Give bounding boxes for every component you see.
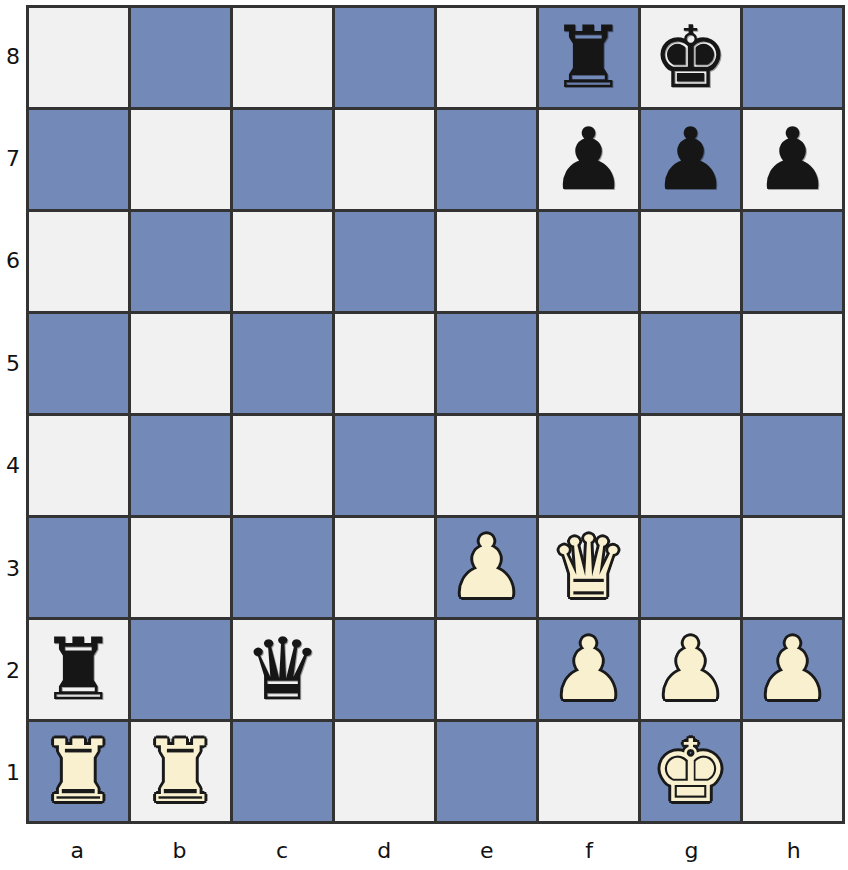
square-f8[interactable]: ♜: [539, 8, 638, 107]
piece-black-pawn[interactable]: ♟: [550, 110, 627, 209]
square-h5[interactable]: [743, 314, 842, 413]
file-label-b: b: [128, 829, 230, 863]
piece-white-king[interactable]: ♚: [652, 722, 729, 821]
square-c2[interactable]: ♛: [233, 620, 332, 719]
square-a8[interactable]: [29, 8, 128, 107]
piece-white-rook[interactable]: ♜: [142, 722, 219, 821]
rank-label-6: 6: [0, 210, 26, 312]
square-h2[interactable]: ♟: [743, 620, 842, 719]
file-label-f: f: [538, 829, 640, 863]
square-g6[interactable]: [641, 212, 740, 311]
square-d8[interactable]: [335, 8, 434, 107]
square-f5[interactable]: [539, 314, 638, 413]
piece-black-pawn[interactable]: ♟: [754, 110, 831, 209]
piece-white-rook[interactable]: ♜: [40, 722, 117, 821]
square-e8[interactable]: [437, 8, 536, 107]
square-e2[interactable]: [437, 620, 536, 719]
square-a4[interactable]: [29, 416, 128, 515]
piece-black-rook[interactable]: ♜: [40, 620, 117, 719]
file-labels: abcdefgh: [26, 829, 845, 863]
square-f1[interactable]: [539, 722, 638, 821]
piece-white-pawn[interactable]: ♟: [652, 620, 729, 719]
rank-label-1: 1: [0, 722, 26, 824]
square-d1[interactable]: [335, 722, 434, 821]
piece-black-queen[interactable]: ♛: [244, 620, 321, 719]
square-b3[interactable]: [131, 518, 230, 617]
square-b8[interactable]: [131, 8, 230, 107]
square-c1[interactable]: [233, 722, 332, 821]
square-c6[interactable]: [233, 212, 332, 311]
chessboard-page: 87654321 ♜♚♟♟♟♟♛♜♛♟♟♟♜♜♚ abcdefgh: [0, 0, 848, 870]
square-a5[interactable]: [29, 314, 128, 413]
rank-labels: 87654321: [0, 5, 26, 824]
square-f3[interactable]: ♛: [539, 518, 638, 617]
square-g2[interactable]: ♟: [641, 620, 740, 719]
square-g7[interactable]: ♟: [641, 110, 740, 209]
board-area: 87654321 ♜♚♟♟♟♟♛♜♛♟♟♟♜♜♚: [0, 5, 845, 824]
square-f4[interactable]: [539, 416, 638, 515]
square-b4[interactable]: [131, 416, 230, 515]
square-a2[interactable]: ♜: [29, 620, 128, 719]
square-g5[interactable]: [641, 314, 740, 413]
square-f6[interactable]: [539, 212, 638, 311]
square-e7[interactable]: [437, 110, 536, 209]
square-a7[interactable]: [29, 110, 128, 209]
square-g3[interactable]: [641, 518, 740, 617]
square-c7[interactable]: [233, 110, 332, 209]
square-b1[interactable]: ♜: [131, 722, 230, 821]
square-b7[interactable]: [131, 110, 230, 209]
file-label-c: c: [231, 829, 333, 863]
square-a3[interactable]: [29, 518, 128, 617]
rank-label-5: 5: [0, 312, 26, 414]
square-e4[interactable]: [437, 416, 536, 515]
square-h1[interactable]: [743, 722, 842, 821]
piece-black-pawn[interactable]: ♟: [652, 110, 729, 209]
piece-white-queen[interactable]: ♛: [550, 518, 627, 617]
square-a1[interactable]: ♜: [29, 722, 128, 821]
square-g8[interactable]: ♚: [641, 8, 740, 107]
square-c4[interactable]: [233, 416, 332, 515]
file-label-e: e: [436, 829, 538, 863]
square-d2[interactable]: [335, 620, 434, 719]
square-e5[interactable]: [437, 314, 536, 413]
square-e3[interactable]: ♟: [437, 518, 536, 617]
square-d6[interactable]: [335, 212, 434, 311]
square-a6[interactable]: [29, 212, 128, 311]
square-d7[interactable]: [335, 110, 434, 209]
rank-label-2: 2: [0, 619, 26, 721]
square-c5[interactable]: [233, 314, 332, 413]
square-b2[interactable]: [131, 620, 230, 719]
square-d3[interactable]: [335, 518, 434, 617]
square-b6[interactable]: [131, 212, 230, 311]
piece-white-pawn[interactable]: ♟: [754, 620, 831, 719]
rank-label-7: 7: [0, 107, 26, 209]
rank-label-3: 3: [0, 517, 26, 619]
square-e1[interactable]: [437, 722, 536, 821]
square-h3[interactable]: [743, 518, 842, 617]
square-b5[interactable]: [131, 314, 230, 413]
file-label-a: a: [26, 829, 128, 863]
rank-label-8: 8: [0, 5, 26, 107]
square-d4[interactable]: [335, 416, 434, 515]
rank-label-4: 4: [0, 415, 26, 517]
file-label-h: h: [743, 829, 845, 863]
square-h8[interactable]: [743, 8, 842, 107]
piece-white-pawn[interactable]: ♟: [550, 620, 627, 719]
square-c3[interactable]: [233, 518, 332, 617]
square-e6[interactable]: [437, 212, 536, 311]
square-h4[interactable]: [743, 416, 842, 515]
square-h7[interactable]: ♟: [743, 110, 842, 209]
square-f2[interactable]: ♟: [539, 620, 638, 719]
file-label-g: g: [640, 829, 742, 863]
square-g1[interactable]: ♚: [641, 722, 740, 821]
square-g4[interactable]: [641, 416, 740, 515]
chess-board: ♜♚♟♟♟♟♛♜♛♟♟♟♜♜♚: [26, 5, 845, 824]
piece-black-king[interactable]: ♚: [652, 8, 729, 107]
piece-black-rook[interactable]: ♜: [550, 8, 627, 107]
square-c8[interactable]: [233, 8, 332, 107]
file-label-d: d: [333, 829, 435, 863]
square-f7[interactable]: ♟: [539, 110, 638, 209]
piece-white-pawn[interactable]: ♟: [448, 518, 525, 617]
square-d5[interactable]: [335, 314, 434, 413]
square-h6[interactable]: [743, 212, 842, 311]
